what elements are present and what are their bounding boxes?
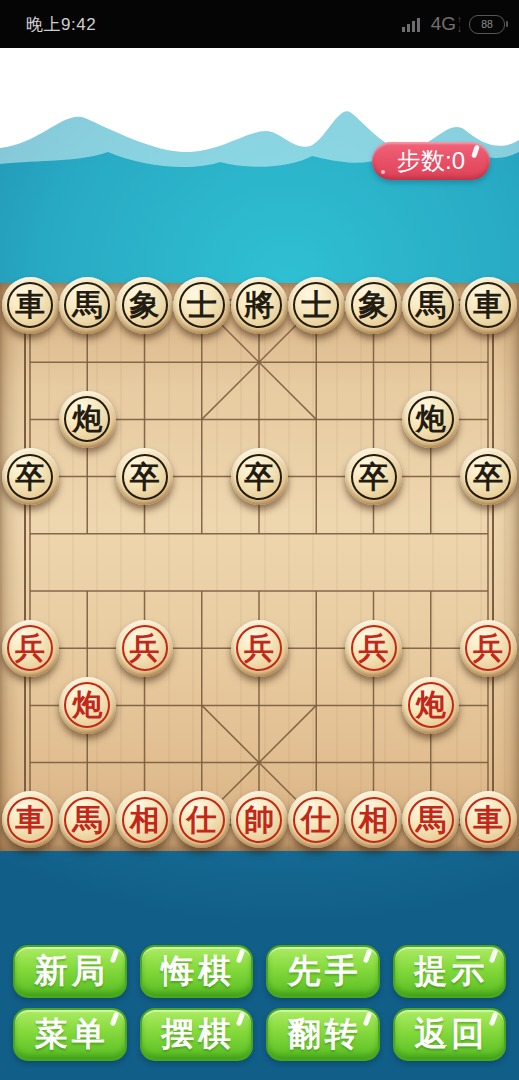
network-label: 4G ↑↓ <box>431 13 462 35</box>
piece-label: 炮 <box>64 682 110 728</box>
status-bar: 晚上9:42 4G ↑↓ 88 <box>0 0 519 48</box>
piece-label: 炮 <box>408 682 454 728</box>
piece-label: 卒 <box>465 454 511 500</box>
piece-red-兵[interactable]: 兵 <box>460 620 517 677</box>
piece-black-馬[interactable]: 馬 <box>402 277 459 334</box>
piece-label: 車 <box>465 797 511 843</box>
piece-red-兵[interactable]: 兵 <box>345 620 402 677</box>
button-shine-icon <box>489 949 498 964</box>
steps-badge-label: 步数:0 <box>397 145 465 177</box>
piece-red-車[interactable]: 車 <box>460 791 517 848</box>
piece-label: 卒 <box>122 454 168 500</box>
status-time: 晚上9:42 <box>14 13 96 36</box>
piece-label: 兵 <box>351 625 397 671</box>
piece-label: 炮 <box>64 396 110 442</box>
undo-button[interactable]: 悔棋 <box>140 945 254 998</box>
piece-red-兵[interactable]: 兵 <box>116 620 173 677</box>
badge-dot-icon <box>381 170 385 174</box>
back-button[interactable]: 返回 <box>393 1008 507 1061</box>
piece-red-車[interactable]: 車 <box>2 791 59 848</box>
piece-red-帥[interactable]: 帥 <box>231 791 288 848</box>
piece-red-兵[interactable]: 兵 <box>2 620 59 677</box>
piece-label: 將 <box>236 282 282 328</box>
piece-label: 車 <box>7 282 53 328</box>
piece-black-車[interactable]: 車 <box>460 277 517 334</box>
button-shine-icon <box>109 949 118 964</box>
piece-label: 象 <box>351 282 397 328</box>
piece-black-卒[interactable]: 卒 <box>231 448 288 505</box>
piece-label: 卒 <box>351 454 397 500</box>
piece-black-卒[interactable]: 卒 <box>2 448 59 505</box>
setup-board-button[interactable]: 摆棋 <box>140 1008 254 1061</box>
piece-label: 兵 <box>236 625 282 671</box>
menu-row-2: 菜单 摆棋 翻转 返回 <box>0 1008 519 1061</box>
piece-label: 兵 <box>7 625 53 671</box>
piece-black-士[interactable]: 士 <box>173 277 230 334</box>
piece-label: 相 <box>351 797 397 843</box>
piece-label: 卒 <box>7 454 53 500</box>
piece-black-炮[interactable]: 炮 <box>402 391 459 448</box>
piece-label: 兵 <box>122 625 168 671</box>
piece-red-炮[interactable]: 炮 <box>402 677 459 734</box>
button-shine-icon <box>236 1012 245 1027</box>
piece-red-相[interactable]: 相 <box>116 791 173 848</box>
piece-label: 士 <box>293 282 339 328</box>
piece-red-馬[interactable]: 馬 <box>59 791 116 848</box>
piece-black-象[interactable]: 象 <box>345 277 402 334</box>
piece-red-兵[interactable]: 兵 <box>231 620 288 677</box>
piece-label: 士 <box>179 282 225 328</box>
piece-label: 兵 <box>465 625 511 671</box>
piece-label: 象 <box>122 282 168 328</box>
piece-label: 馬 <box>408 282 454 328</box>
app-screen: 晚上9:42 4G ↑↓ 88 步数:0 車馬象士將士 <box>0 0 519 1080</box>
piece-black-炮[interactable]: 炮 <box>59 391 116 448</box>
piece-black-象[interactable]: 象 <box>116 277 173 334</box>
piece-label: 卒 <box>236 454 282 500</box>
piece-black-卒[interactable]: 卒 <box>345 448 402 505</box>
piece-label: 馬 <box>408 797 454 843</box>
button-shine-icon <box>236 949 245 964</box>
network-arrows-icon: ↑↓ <box>457 15 462 33</box>
piece-red-相[interactable]: 相 <box>345 791 402 848</box>
badge-shine-icon <box>471 145 480 159</box>
piece-label: 仕 <box>293 797 339 843</box>
piece-black-車[interactable]: 車 <box>2 277 59 334</box>
piece-black-馬[interactable]: 馬 <box>59 277 116 334</box>
menu-row-1: 新局 悔棋 先手 提示 <box>0 945 519 998</box>
piece-black-士[interactable]: 士 <box>288 277 345 334</box>
menu-button[interactable]: 菜单 <box>13 1008 127 1061</box>
button-shine-icon <box>489 1012 498 1027</box>
board-grid <box>0 283 519 851</box>
xiangqi-board[interactable]: 車馬象士將士象馬車炮炮卒卒卒卒卒兵兵兵兵兵炮炮車馬相仕帥仕相馬車 <box>0 283 519 851</box>
button-shine-icon <box>362 949 371 964</box>
piece-label: 馬 <box>64 282 110 328</box>
piece-label: 炮 <box>408 396 454 442</box>
piece-black-將[interactable]: 將 <box>231 277 288 334</box>
button-shine-icon <box>109 1012 118 1027</box>
piece-black-卒[interactable]: 卒 <box>460 448 517 505</box>
piece-red-仕[interactable]: 仕 <box>288 791 345 848</box>
piece-label: 帥 <box>236 797 282 843</box>
first-move-button[interactable]: 先手 <box>266 945 380 998</box>
steps-badge: 步数:0 <box>372 142 490 180</box>
piece-label: 馬 <box>64 797 110 843</box>
hint-button[interactable]: 提示 <box>393 945 507 998</box>
button-shine-icon <box>362 1012 371 1027</box>
battery-level: 88 <box>481 18 493 30</box>
new-game-button[interactable]: 新局 <box>13 945 127 998</box>
piece-label: 車 <box>465 282 511 328</box>
piece-red-炮[interactable]: 炮 <box>59 677 116 734</box>
piece-label: 車 <box>7 797 53 843</box>
signal-icon <box>402 16 424 32</box>
flip-board-button[interactable]: 翻转 <box>266 1008 380 1061</box>
piece-label: 仕 <box>179 797 225 843</box>
battery-icon: 88 <box>469 15 505 34</box>
piece-label: 相 <box>122 797 168 843</box>
piece-black-卒[interactable]: 卒 <box>116 448 173 505</box>
